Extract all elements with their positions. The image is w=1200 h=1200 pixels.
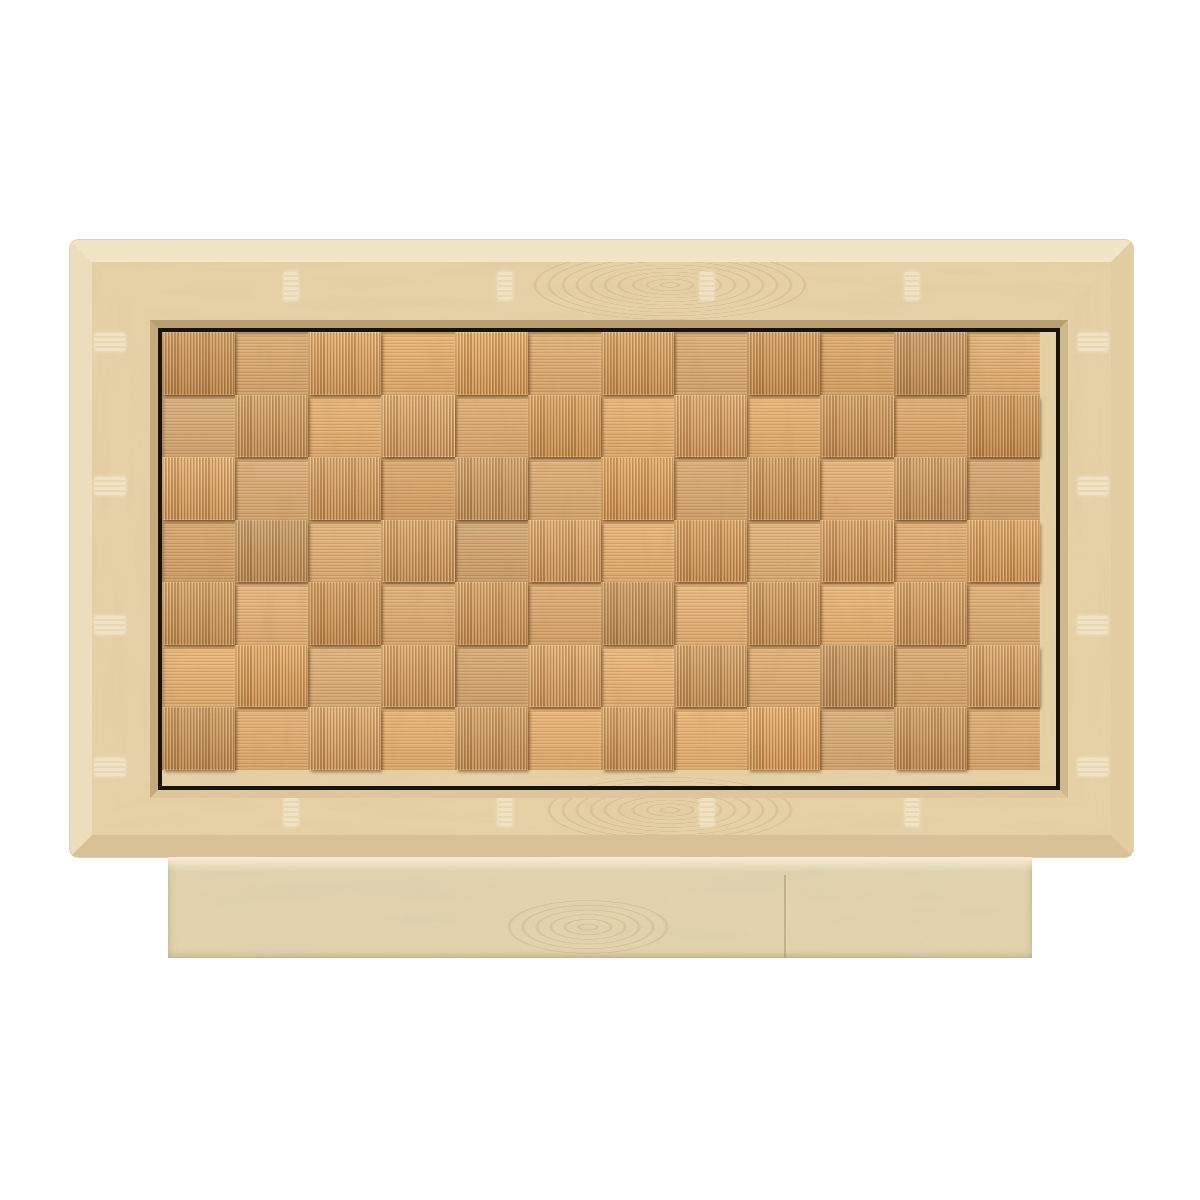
board-cell-r6c9 <box>747 645 820 708</box>
key-inlay <box>95 758 125 776</box>
board-cell-r2c2 <box>235 395 308 458</box>
board-cell-r1c9 <box>747 332 820 395</box>
board-cell-r2c5 <box>455 395 528 458</box>
board-cell-r2c8 <box>674 395 747 458</box>
key-inlay <box>95 616 125 634</box>
key-inlay <box>498 272 512 300</box>
board-cell-r5c5 <box>455 582 528 645</box>
board-cell-r6c6 <box>528 645 601 708</box>
board-cell-r3c2 <box>235 457 308 520</box>
board-cell-r7c3 <box>308 707 381 770</box>
key-inlay <box>700 798 714 826</box>
frame-grain-top <box>70 240 1133 332</box>
board-cell-r4c3 <box>308 520 381 583</box>
board-cell-r4c9 <box>747 520 820 583</box>
board-cell-r5c4 <box>381 582 454 645</box>
board-cell-r3c11 <box>894 457 967 520</box>
board-cell-r7c10 <box>820 707 893 770</box>
board-cell-r6c3 <box>308 645 381 708</box>
board-cell-r4c8 <box>674 520 747 583</box>
key-inlay <box>284 272 298 300</box>
board-cell-r7c4 <box>381 707 454 770</box>
board-cell-r1c8 <box>674 332 747 395</box>
board-cell-r6c2 <box>235 645 308 708</box>
key-inlay <box>700 272 714 300</box>
key-inlay <box>284 798 298 826</box>
board-cell-r3c12 <box>967 457 1040 520</box>
board-cell-r2c1 <box>162 395 235 458</box>
board-cell-r5c2 <box>235 582 308 645</box>
board-cell-r1c11 <box>894 332 967 395</box>
board-cell-r5c1 <box>162 582 235 645</box>
board-cell-r4c2 <box>235 520 308 583</box>
board-cell-r4c5 <box>455 520 528 583</box>
board-cell-r5c12 <box>967 582 1040 645</box>
board-cell-r7c5 <box>455 707 528 770</box>
board-cell-r7c7 <box>601 707 674 770</box>
board-cell-r2c12 <box>967 395 1040 458</box>
board-cell-r3c1 <box>162 457 235 520</box>
board-cell-r5c9 <box>747 582 820 645</box>
board-cell-r7c9 <box>747 707 820 770</box>
board-cell-r3c8 <box>674 457 747 520</box>
board-cell-r4c7 <box>601 520 674 583</box>
key-inlay <box>1078 477 1108 495</box>
board-cell-r1c4 <box>381 332 454 395</box>
checkerboard <box>162 332 1040 770</box>
board-cell-r4c11 <box>894 520 967 583</box>
key-inlay <box>95 477 125 495</box>
board-cell-r1c7 <box>601 332 674 395</box>
board-cell-r1c2 <box>235 332 308 395</box>
board-cell-r5c11 <box>894 582 967 645</box>
board-cell-r3c5 <box>455 457 528 520</box>
board-cell-r1c6 <box>528 332 601 395</box>
board-cell-r1c3 <box>308 332 381 395</box>
board-cell-r3c4 <box>381 457 454 520</box>
board-cell-r2c7 <box>601 395 674 458</box>
plinth-top-highlight <box>168 857 1032 871</box>
board-cell-r7c1 <box>162 707 235 770</box>
board-cell-r5c6 <box>528 582 601 645</box>
wood-knot <box>498 897 678 957</box>
board-cell-r1c10 <box>820 332 893 395</box>
board-cell-r5c10 <box>820 582 893 645</box>
board-cell-r2c11 <box>894 395 967 458</box>
board-cell-r4c10 <box>820 520 893 583</box>
board-cell-r7c2 <box>235 707 308 770</box>
board-cell-r7c12 <box>967 707 1040 770</box>
board-cell-r3c3 <box>308 457 381 520</box>
board-cell-r6c8 <box>674 645 747 708</box>
product-photo <box>0 0 1200 1200</box>
board-cell-r2c10 <box>820 395 893 458</box>
board-cell-r6c12 <box>967 645 1040 708</box>
plinth-wood-grain <box>168 857 1032 958</box>
key-inlay <box>498 798 512 826</box>
board-cell-r7c11 <box>894 707 967 770</box>
key-inlay <box>1078 758 1108 776</box>
board-cell-r7c6 <box>528 707 601 770</box>
board-cell-r5c7 <box>601 582 674 645</box>
plinth-board-seam <box>784 875 786 958</box>
maple-frame <box>70 240 1133 857</box>
board-cell-r3c6 <box>528 457 601 520</box>
board-cell-r2c3 <box>308 395 381 458</box>
board-cell-r5c8 <box>674 582 747 645</box>
board-cell-r1c12 <box>967 332 1040 395</box>
board-cell-r4c1 <box>162 520 235 583</box>
key-inlay <box>905 798 919 826</box>
board-well-bevel <box>150 320 1068 798</box>
board-cell-r2c6 <box>528 395 601 458</box>
board-cell-r3c9 <box>747 457 820 520</box>
board-cell-r1c1 <box>162 332 235 395</box>
board-cell-r2c9 <box>747 395 820 458</box>
board-cell-r4c6 <box>528 520 601 583</box>
board-cell-r6c4 <box>381 645 454 708</box>
wood-knot <box>525 248 815 322</box>
key-inlay <box>1078 333 1108 351</box>
board-cell-r6c5 <box>455 645 528 708</box>
key-inlay <box>905 272 919 300</box>
board-cell-r6c11 <box>894 645 967 708</box>
key-inlay <box>95 333 125 351</box>
plinth-base <box>168 857 1032 958</box>
board-cell-r6c10 <box>820 645 893 708</box>
board-cell-r6c7 <box>601 645 674 708</box>
board-black-border <box>158 328 1060 790</box>
board-cell-r3c10 <box>820 457 893 520</box>
board-cell-r2c4 <box>381 395 454 458</box>
board-cell-r3c7 <box>601 457 674 520</box>
board-cell-r4c12 <box>967 520 1040 583</box>
board-cell-r7c8 <box>674 707 747 770</box>
board-cell-r4c4 <box>381 520 454 583</box>
key-inlay <box>1078 616 1108 634</box>
board-cell-r5c3 <box>308 582 381 645</box>
board-cell-r1c5 <box>455 332 528 395</box>
board-cell-r6c1 <box>162 645 235 708</box>
